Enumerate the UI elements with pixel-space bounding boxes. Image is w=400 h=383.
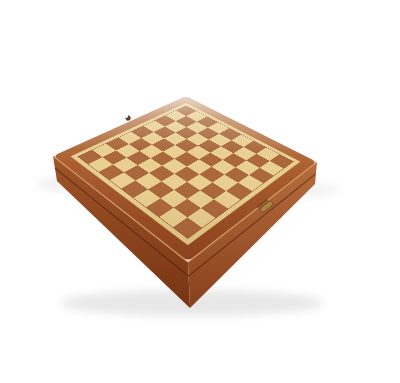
product-photo bbox=[0, 0, 400, 383]
